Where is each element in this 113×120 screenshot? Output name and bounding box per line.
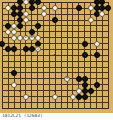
diagram-caption: 1812L21 (12683) — [2, 113, 112, 120]
white-stone — [11, 82, 17, 88]
black-stone — [88, 88, 94, 94]
white-stone: 1 — [35, 46, 41, 52]
white-stone — [41, 11, 47, 17]
white-stone: 8 — [29, 35, 35, 41]
grid-vline — [67, 2, 68, 109]
white-stone: 0 — [64, 76, 70, 82]
grid-hline — [2, 61, 109, 62]
white-stone — [88, 17, 94, 23]
move-number: 1 — [37, 48, 39, 52]
black-stone — [82, 76, 88, 82]
white-stone — [23, 17, 29, 23]
white-stone — [11, 29, 17, 35]
grid-vline — [61, 2, 62, 109]
grid-hline — [2, 67, 109, 68]
grid-hline — [2, 108, 109, 109]
black-stone — [94, 52, 100, 58]
black-stone — [11, 70, 17, 76]
grid-hline — [2, 102, 109, 103]
grid-vline — [102, 2, 103, 109]
black-stone — [35, 0, 41, 5]
grid-hline — [2, 84, 109, 85]
black-stone — [17, 23, 23, 29]
white-stone — [35, 35, 41, 41]
black-stone — [105, 5, 111, 11]
black-stone — [76, 94, 82, 100]
black-stone — [82, 88, 88, 94]
black-stone — [29, 29, 35, 35]
black-stone — [76, 5, 82, 11]
grid-hline — [2, 78, 109, 79]
black-stone — [0, 41, 5, 47]
move-number: 8 — [31, 36, 33, 40]
white-stone — [76, 88, 82, 94]
black-stone — [11, 46, 17, 52]
black-stone — [82, 82, 88, 88]
black-stone — [29, 46, 35, 52]
black-stone — [23, 46, 29, 52]
white-stone — [94, 41, 100, 47]
black-stone — [35, 23, 41, 29]
hoshi-dot — [19, 90, 21, 92]
black-stone — [76, 76, 82, 82]
move-number: 0 — [66, 77, 68, 81]
black-stone — [82, 94, 88, 100]
grid-hline — [2, 72, 109, 73]
white-stone — [52, 5, 58, 11]
white-stone — [23, 94, 29, 100]
grid-vline — [72, 2, 73, 109]
black-stone — [52, 17, 58, 23]
grid-vline — [108, 2, 109, 109]
white-stone — [99, 11, 105, 17]
black-stone — [29, 5, 35, 11]
white-stone — [52, 94, 58, 100]
go-board[interactable]: 2810 — [0, 0, 113, 113]
go-diagram-page: 2810 1812L21 (12683) — [0, 0, 113, 120]
black-stone — [82, 52, 88, 58]
move-number: 2 — [25, 36, 27, 40]
white-stone — [88, 5, 94, 11]
black-stone — [94, 82, 100, 88]
black-stone — [82, 41, 88, 47]
